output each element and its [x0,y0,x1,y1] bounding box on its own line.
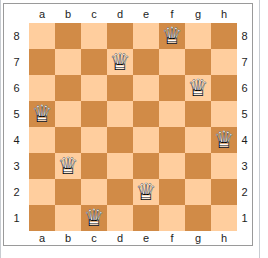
square-d1 [107,205,133,231]
square-c7 [81,49,107,75]
square-g5 [185,101,211,127]
diagram-frame: abcdefgh8♛♕87♛♕76♛♕65♛♕54♛♕43♛♕32♛♕21♛♕1… [3,3,253,246]
rank-label-right-5: 5 [237,101,252,127]
rank-label-right-4: 4 [237,127,252,153]
white-queen-g6: ♕ [185,75,211,101]
square-d3 [107,153,133,179]
file-label-top-c: c [81,4,107,23]
square-h3 [211,153,237,179]
square-h4: ♛♕ [211,127,237,153]
square-a3 [29,153,55,179]
square-a6 [29,75,55,101]
square-b7 [55,49,81,75]
corner-bottom-left [4,231,29,245]
square-g6: ♛♕ [185,75,211,101]
file-label-bottom-g: g [185,231,211,245]
square-b1 [55,205,81,231]
square-a5: ♛♕ [29,101,55,127]
white-queen-e2: ♕ [133,179,159,205]
page-edge-line-right [259,0,260,258]
file-label-bottom-a: a [29,231,55,245]
square-c2 [81,179,107,205]
square-h6 [211,75,237,101]
file-label-bottom-b: b [55,231,81,245]
file-label-bottom-h: h [211,231,237,245]
file-label-top-f: f [159,4,185,23]
square-d7: ♛♕ [107,49,133,75]
rank-label-right-3: 3 [237,153,252,179]
square-g4 [185,127,211,153]
square-c1: ♛♕ [81,205,107,231]
square-f5 [159,101,185,127]
square-h8 [211,23,237,49]
rank-label-left-7: 7 [4,49,29,75]
square-a1 [29,205,55,231]
file-label-top-h: h [211,4,237,23]
square-e4 [133,127,159,153]
rank-label-left-4: 4 [4,127,29,153]
chessboard-with-coordinates: abcdefgh8♛♕87♛♕76♛♕65♛♕54♛♕43♛♕32♛♕21♛♕1… [4,4,252,245]
square-f8: ♛♕ [159,23,185,49]
square-e6 [133,75,159,101]
square-b3: ♛♕ [55,153,81,179]
square-f7 [159,49,185,75]
square-c6 [81,75,107,101]
corner-bottom-right [237,231,252,245]
square-e2: ♛♕ [133,179,159,205]
square-h1 [211,205,237,231]
rank-label-left-8: 8 [4,23,29,49]
square-h7 [211,49,237,75]
square-d6 [107,75,133,101]
square-f4 [159,127,185,153]
square-e1 [133,205,159,231]
square-g3 [185,153,211,179]
square-a8 [29,23,55,49]
file-label-top-b: b [55,4,81,23]
rank-label-right-1: 1 [237,205,252,231]
square-b4 [55,127,81,153]
square-d2 [107,179,133,205]
rank-label-left-3: 3 [4,153,29,179]
square-h5 [211,101,237,127]
square-g1 [185,205,211,231]
file-label-bottom-f: f [159,231,185,245]
square-a4 [29,127,55,153]
square-g2 [185,179,211,205]
square-f1 [159,205,185,231]
rank-label-left-5: 5 [4,101,29,127]
chess-diagram-page: abcdefgh8♛♕87♛♕76♛♕65♛♕54♛♕43♛♕32♛♕21♛♕1… [0,0,268,258]
rank-label-right-6: 6 [237,75,252,101]
file-label-bottom-d: d [107,231,133,245]
square-g8 [185,23,211,49]
square-d8 [107,23,133,49]
square-c4 [81,127,107,153]
square-d5 [107,101,133,127]
square-e5 [133,101,159,127]
square-f3 [159,153,185,179]
file-label-bottom-e: e [133,231,159,245]
file-label-top-g: g [185,4,211,23]
square-e3 [133,153,159,179]
square-a7 [29,49,55,75]
rank-label-left-2: 2 [4,179,29,205]
page-edge-line-left [0,0,1,258]
white-queen-h4: ♕ [211,127,237,153]
white-queen-c1: ♕ [81,205,107,231]
square-c5 [81,101,107,127]
square-b2 [55,179,81,205]
rank-label-right-7: 7 [237,49,252,75]
square-f6 [159,75,185,101]
rank-label-left-6: 6 [4,75,29,101]
white-queen-f8: ♕ [159,23,185,49]
white-queen-a5: ♕ [29,101,55,127]
square-d4 [107,127,133,153]
square-c8 [81,23,107,49]
rank-label-left-1: 1 [4,205,29,231]
white-queen-b3: ♕ [55,153,81,179]
square-f2 [159,179,185,205]
square-b6 [55,75,81,101]
white-queen-d7: ♕ [107,49,133,75]
square-b8 [55,23,81,49]
file-label-top-e: e [133,4,159,23]
square-c3 [81,153,107,179]
square-g7 [185,49,211,75]
square-b5 [55,101,81,127]
file-label-top-a: a [29,4,55,23]
square-e8 [133,23,159,49]
rank-label-right-8: 8 [237,23,252,49]
square-e7 [133,49,159,75]
rank-label-right-2: 2 [237,179,252,205]
square-a2 [29,179,55,205]
square-h2 [211,179,237,205]
corner-top-right [237,4,252,23]
corner-top-left [4,4,29,23]
file-label-top-d: d [107,4,133,23]
file-label-bottom-c: c [81,231,107,245]
